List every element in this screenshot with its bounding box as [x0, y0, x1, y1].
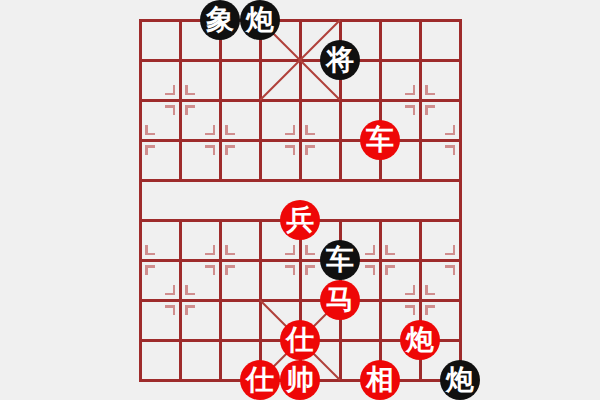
red-advisor[interactable]: 仕 [240, 360, 280, 400]
red-chariot[interactable]: 车 [360, 120, 400, 160]
red-cannon[interactable]: 炮 [400, 320, 440, 360]
red-horse[interactable]: 马 [320, 280, 360, 320]
black-chariot[interactable]: 车 [320, 240, 360, 280]
black-elephant[interactable]: 象 [200, 0, 240, 40]
red-king[interactable]: 帅 [280, 360, 320, 400]
black-cannon[interactable]: 炮 [440, 360, 480, 400]
black-general[interactable]: 将 [320, 40, 360, 80]
red-elephant[interactable]: 相 [360, 360, 400, 400]
black-cannon[interactable]: 炮 [240, 0, 280, 40]
red-advisor[interactable]: 仕 [280, 320, 320, 360]
red-pawn[interactable]: 兵 [280, 200, 320, 240]
piece-grid: 象炮将车兵车马仕炮仕帅相炮 [120, 0, 480, 400]
xiangqi-board: 象炮将车兵车马仕炮仕帅相炮 [0, 0, 600, 400]
